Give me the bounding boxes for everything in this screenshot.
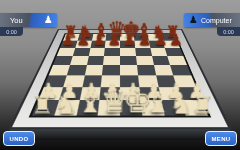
piece-black-pawn[interactable]: ♟ — [166, 40, 184, 48]
player-bar-you: You ♟ — [0, 13, 57, 27]
piece-black-pawn[interactable]: ♟ — [106, 40, 121, 48]
player-computer-timer: 0:00 — [217, 27, 240, 36]
piece-white-rook[interactable]: ♜ — [186, 103, 215, 119]
piece-black-pawn[interactable]: ♟ — [122, 40, 138, 48]
board-pieces: ♜♞♝♛♚♝♞♜♟♟♟♟♟♟♟♟♟♟♟♟♟♟♟♟♜♞♝♛♚♝♞♜ — [12, 29, 228, 126]
piece-white-bishop[interactable]: ♝ — [77, 103, 102, 119]
piece-black-pawn[interactable]: ♟ — [151, 40, 168, 48]
piece-white-queen[interactable]: ♛ — [100, 103, 123, 119]
piece-white-knight[interactable]: ♞ — [53, 103, 79, 119]
piece-white-bishop[interactable]: ♝ — [144, 103, 169, 119]
player-you-timer: 0:00 — [0, 27, 23, 36]
player-bar-computer: ♟ Computer — [184, 13, 240, 27]
player-computer-label: Computer — [201, 17, 232, 24]
player-you-label: You — [0, 16, 23, 25]
black-pawn-icon: ♟ — [189, 14, 198, 26]
board-front-edge — [9, 126, 231, 139]
game-screen: ♜♞♝♛♚♝♞♜♟♟♟♟♟♟♟♟♟♟♟♟♟♟♟♟♜♞♝♛♚♝♞♜ You ♟ 0… — [0, 0, 240, 150]
menu-button[interactable]: MENU — [205, 131, 237, 146]
piece-black-pawn[interactable]: ♟ — [136, 40, 152, 48]
piece-white-knight[interactable]: ♞ — [165, 103, 192, 119]
white-pawn-icon: ♟ — [44, 14, 53, 26]
piece-black-pawn[interactable]: ♟ — [91, 40, 107, 48]
undo-button[interactable]: UNDO — [3, 131, 35, 146]
piece-black-pawn[interactable]: ♟ — [75, 40, 92, 48]
piece-white-king[interactable]: ♚ — [122, 103, 145, 119]
chess-board: ♜♞♝♛♚♝♞♜♟♟♟♟♟♟♟♟♟♟♟♟♟♟♟♟♜♞♝♛♚♝♞♜ — [8, 29, 232, 129]
